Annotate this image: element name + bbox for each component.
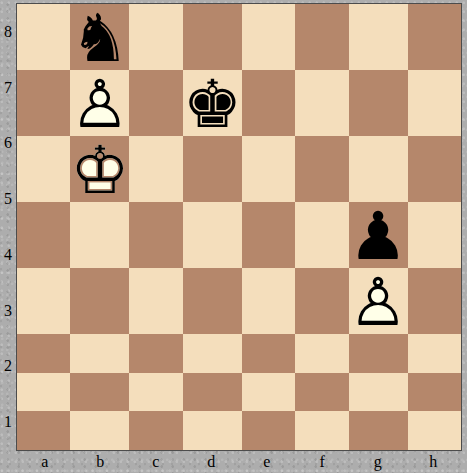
square-a5[interactable] [17,202,70,268]
rank-labels: 87654321 [0,4,16,450]
square-h4[interactable] [408,268,461,334]
square-h3[interactable] [408,334,461,373]
file-label-f: f [295,451,351,472]
square-e2[interactable] [242,373,295,412]
square-a3[interactable] [17,334,70,373]
square-c7[interactable] [129,70,182,136]
square-c1[interactable] [129,411,182,450]
square-a7[interactable] [17,70,70,136]
rank-label-5: 5 [0,171,16,227]
square-g5[interactable]: ♟ [349,202,408,268]
square-f1[interactable] [295,411,348,450]
square-f3[interactable] [295,334,348,373]
square-c4[interactable] [129,268,182,334]
white-pawn-glyph: ♙ [349,270,408,336]
square-c5[interactable] [129,202,182,268]
square-f5[interactable] [295,202,348,268]
square-a6[interactable] [17,136,70,202]
square-e4[interactable] [242,268,295,334]
square-e7[interactable] [242,70,295,136]
white-pawn[interactable]: ♟♙ [349,270,408,336]
chess-board: ♞♟♙♚♚♔♟♟♙ [16,3,462,451]
file-label-a: a [17,451,73,472]
square-h5[interactable] [408,202,461,268]
square-g1[interactable] [349,411,408,450]
white-pawn-glyph: ♙ [70,72,129,138]
file-label-c: c [128,451,184,472]
square-h8[interactable] [408,4,461,70]
rank-label-2: 2 [0,339,16,395]
white-pawn[interactable]: ♟♙ [70,72,129,138]
square-g4[interactable]: ♟♙ [349,268,408,334]
square-d7[interactable]: ♚ [183,70,242,136]
square-e6[interactable] [242,136,295,202]
square-c8[interactable] [129,4,182,70]
square-e1[interactable] [242,411,295,450]
square-g6[interactable] [349,136,408,202]
square-d4[interactable] [183,268,242,334]
rank-label-1: 1 [0,394,16,450]
square-f7[interactable] [295,70,348,136]
square-e3[interactable] [242,334,295,373]
square-h1[interactable] [408,411,461,450]
file-labels: abcdefgh [17,451,461,472]
square-d2[interactable] [183,373,242,412]
square-b4[interactable] [70,268,129,334]
square-a1[interactable] [17,411,70,450]
square-e8[interactable] [242,4,295,70]
square-a8[interactable] [17,4,70,70]
white-king-glyph: ♔ [70,138,129,204]
square-a2[interactable] [17,373,70,412]
square-b5[interactable] [70,202,129,268]
square-d6[interactable] [183,136,242,202]
square-c3[interactable] [129,334,182,373]
square-h7[interactable] [408,70,461,136]
black-pawn[interactable]: ♟ [349,204,408,270]
black-king[interactable]: ♚ [183,72,242,138]
rank-label-4: 4 [0,227,16,283]
black-king-glyph: ♚ [183,72,242,138]
black-knight-glyph: ♞ [70,6,129,72]
file-label-h: h [406,451,462,472]
square-g7[interactable] [349,70,408,136]
square-f4[interactable] [295,268,348,334]
square-f2[interactable] [295,373,348,412]
rank-label-8: 8 [0,4,16,60]
square-h2[interactable] [408,373,461,412]
square-d5[interactable] [183,202,242,268]
square-c6[interactable] [129,136,182,202]
file-label-d: d [184,451,240,472]
square-f6[interactable] [295,136,348,202]
square-f8[interactable] [295,4,348,70]
square-h6[interactable] [408,136,461,202]
rank-label-3: 3 [0,283,16,339]
chess-diagram: 87654321 ♞♟♙♚♚♔♟♟♙ abcdefgh [0,0,467,473]
square-b1[interactable] [70,411,129,450]
black-pawn-glyph: ♟ [349,204,408,270]
white-king[interactable]: ♚♔ [70,138,129,204]
square-b6[interactable]: ♚♔ [70,136,129,202]
file-label-e: e [239,451,295,472]
square-c2[interactable] [129,373,182,412]
square-e5[interactable] [242,202,295,268]
square-b2[interactable] [70,373,129,412]
square-d3[interactable] [183,334,242,373]
black-knight[interactable]: ♞ [70,6,129,72]
rank-label-7: 7 [0,60,16,116]
square-d8[interactable] [183,4,242,70]
square-g2[interactable] [349,373,408,412]
square-b8[interactable]: ♞ [70,4,129,70]
square-b3[interactable] [70,334,129,373]
file-label-b: b [73,451,129,472]
rank-label-6: 6 [0,116,16,172]
square-d1[interactable] [183,411,242,450]
square-b7[interactable]: ♟♙ [70,70,129,136]
square-a4[interactable] [17,268,70,334]
file-label-g: g [350,451,406,472]
square-g8[interactable] [349,4,408,70]
